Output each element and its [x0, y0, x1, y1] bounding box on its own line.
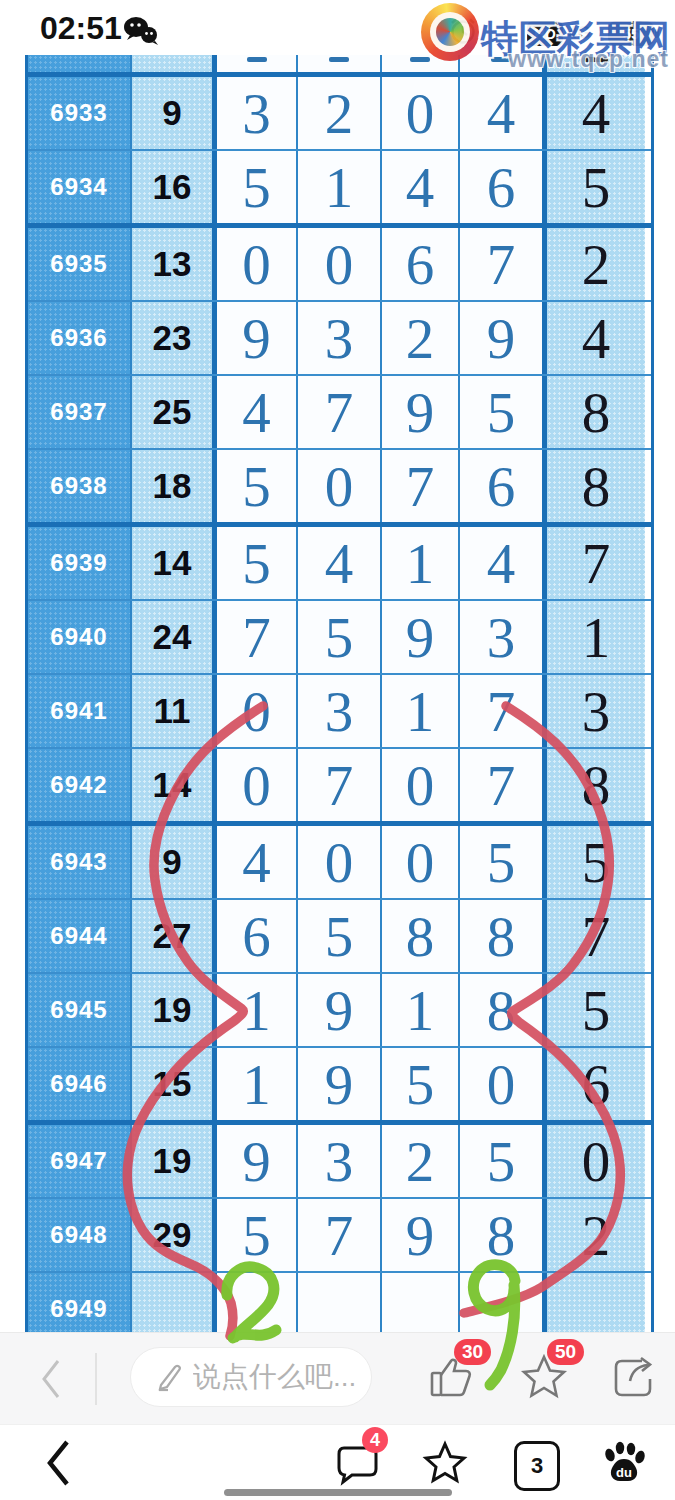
tab-count: 3: [531, 1453, 543, 1479]
digit-cell: 3: [296, 675, 380, 747]
digit-cell: 0: [212, 675, 296, 747]
issue-cell: 6934: [28, 151, 130, 223]
digit-cell: 7: [212, 601, 296, 673]
message-count-badge: 4: [362, 1427, 388, 1453]
tail-digit-cell: 4: [542, 302, 645, 374]
digit-cell: 5: [296, 900, 380, 972]
table-row: 6933932044: [28, 72, 651, 149]
digit-cell: 4: [458, 527, 542, 599]
table-row: 69391454147: [28, 522, 651, 599]
sum-cell: 15: [130, 1048, 212, 1120]
table-row: 69381850768: [28, 448, 651, 522]
digit-cell: 4: [458, 77, 542, 149]
digit-cell: [380, 55, 458, 72]
digit-cell: 9: [296, 1048, 380, 1120]
home-indicator[interactable]: [224, 1489, 452, 1496]
issue-cell: 6947: [28, 1125, 130, 1197]
sum-cell: [130, 55, 212, 72]
table-row: 69471993250: [28, 1120, 651, 1197]
digit-cell: 5: [212, 450, 296, 522]
sum-cell: 25: [130, 376, 212, 448]
digit-cell: 5: [212, 151, 296, 223]
digit-cell: 7: [296, 749, 380, 821]
digit-cell: 7: [458, 228, 542, 300]
issue-cell: 6944: [28, 900, 130, 972]
digit-cell: 1: [212, 974, 296, 1046]
sum-cell: 13: [130, 228, 212, 300]
bottom-nav-bar: 4 3 du: [0, 1424, 675, 1500]
table-row-clipped: [28, 55, 651, 72]
digit-cell: 1: [212, 1048, 296, 1120]
digit-cell: 5: [212, 527, 296, 599]
status-bar: 02:51 HD 4G 55: [0, 0, 675, 55]
digit-cell: [296, 55, 380, 72]
issue-cell: 6937: [28, 376, 130, 448]
table-row: 69451919185: [28, 972, 651, 1046]
digit-cell: 1: [380, 527, 458, 599]
sum-cell: 14: [130, 749, 212, 821]
sum-cell: 29: [130, 1199, 212, 1271]
table-row: 69482957982: [28, 1197, 651, 1271]
divider: [95, 1353, 97, 1405]
favorite-count-badge: 50: [547, 1339, 584, 1365]
tail-digit-cell: 6: [542, 1048, 645, 1120]
table-row: 69442765887: [28, 898, 651, 972]
tail-digit-cell: 3: [542, 675, 645, 747]
issue-cell: 6946: [28, 1048, 130, 1120]
hd-voice-badge: HD: [527, 21, 563, 46]
digit-cell: 3: [296, 1125, 380, 1197]
digit-cell: 1: [380, 675, 458, 747]
wechat-notification-icon: [122, 16, 162, 52]
digit-cell: 8: [458, 1199, 542, 1271]
bookmark-star-icon[interactable]: [420, 1439, 470, 1493]
lottery-trend-table: 6933932044693416514656935130067269362393…: [25, 55, 654, 1345]
tail-digit-cell: 2: [542, 228, 645, 300]
digit-cell: 7: [458, 749, 542, 821]
digit-cell: 6: [458, 151, 542, 223]
table-row: 69402475931: [28, 599, 651, 673]
tail-digit-cell: 5: [542, 826, 645, 898]
table-row: 69372547958: [28, 374, 651, 448]
table-row: 69421407078: [28, 747, 651, 821]
table-row: 69362393294: [28, 300, 651, 374]
digit-cell: [458, 55, 542, 72]
digit-cell: 3: [458, 601, 542, 673]
digit-cell: 9: [212, 302, 296, 374]
digit-cell: 0: [380, 77, 458, 149]
digit-cell: 7: [296, 376, 380, 448]
tail-digit-cell: 8: [542, 376, 645, 448]
issue-cell: 6938: [28, 450, 130, 522]
tail-digit-cell: 1: [542, 601, 645, 673]
issue-cell: 6933: [28, 77, 130, 149]
digit-cell: 0: [296, 450, 380, 522]
sum-cell: 27: [130, 900, 212, 972]
digit-cell: 9: [380, 376, 458, 448]
digit-cell: 9: [296, 974, 380, 1046]
digit-cell: 5: [458, 826, 542, 898]
issue-cell: 6942: [28, 749, 130, 821]
tail-digit-cell: 7: [542, 900, 645, 972]
battery-indicator: 55: [608, 21, 654, 46]
tail-digit-cell: 0: [542, 1125, 645, 1197]
sum-cell: 9: [130, 826, 212, 898]
sum-cell: 23: [130, 302, 212, 374]
sum-cell: 16: [130, 151, 212, 223]
sum-cell: 11: [130, 675, 212, 747]
tail-digit-cell: 8: [542, 450, 645, 522]
issue-cell: [28, 55, 130, 72]
digit-cell: 5: [380, 1048, 458, 1120]
digit-cell: 7: [458, 675, 542, 747]
digit-cell: 6: [380, 228, 458, 300]
like-count-badge: 30: [454, 1339, 491, 1365]
digit-cell: 3: [212, 77, 296, 149]
table-row: 69341651465: [28, 149, 651, 223]
sum-cell: 18: [130, 450, 212, 522]
back-chevron-icon[interactable]: [40, 1437, 76, 1493]
digit-cell: 6: [458, 450, 542, 522]
digit-cell: 9: [380, 1199, 458, 1271]
sum-cell: 19: [130, 1125, 212, 1197]
comment-bar: 30 50: [0, 1332, 675, 1425]
digit-cell: [212, 55, 296, 72]
digit-cell: 1: [296, 151, 380, 223]
digit-cell: 9: [212, 1125, 296, 1197]
digit-cell: 0: [380, 826, 458, 898]
network-type: 4G: [568, 23, 591, 43]
tail-digit-cell: [542, 55, 645, 72]
digit-cell: 4: [212, 826, 296, 898]
table-row: 69411103173: [28, 673, 651, 747]
digit-cell: 0: [296, 228, 380, 300]
tail-digit-cell: 8: [542, 749, 645, 821]
digit-cell: 8: [380, 900, 458, 972]
sum-cell: 14: [130, 527, 212, 599]
tail-digit-cell: 2: [542, 1199, 645, 1271]
share-icon[interactable]: [606, 1349, 660, 1409]
digit-cell: 6: [212, 900, 296, 972]
digit-cell: 2: [296, 77, 380, 149]
digit-cell: 5: [212, 1199, 296, 1271]
clock-time: 02:51: [40, 10, 122, 47]
tab-switcher-button[interactable]: 3: [514, 1441, 560, 1491]
issue-cell: 6936: [28, 302, 130, 374]
digit-cell: 3: [296, 302, 380, 374]
svg-text:du: du: [616, 1465, 632, 1480]
digit-cell: 1: [380, 974, 458, 1046]
digit-cell: 5: [458, 376, 542, 448]
digit-cell: 9: [380, 601, 458, 673]
digit-cell: 7: [380, 450, 458, 522]
tail-digit-cell: 5: [542, 974, 645, 1046]
digit-cell: 0: [458, 1048, 542, 1120]
issue-cell: 6948: [28, 1199, 130, 1271]
digit-cell: 4: [212, 376, 296, 448]
digit-cell: 5: [296, 601, 380, 673]
sum-cell: 24: [130, 601, 212, 673]
digit-cell: 2: [380, 302, 458, 374]
digit-cell: 7: [296, 1199, 380, 1271]
digit-cell: 2: [380, 1125, 458, 1197]
table-row: 69461519506: [28, 1046, 651, 1120]
tail-digit-cell: 4: [542, 77, 645, 149]
tail-digit-cell: 5: [542, 151, 645, 223]
alarm-clock-icon: [448, 16, 478, 50]
digit-cell: 0: [380, 749, 458, 821]
digit-cell: 8: [458, 900, 542, 972]
issue-cell: 6935: [28, 228, 130, 300]
sum-cell: 19: [130, 974, 212, 1046]
issue-cell: 6945: [28, 974, 130, 1046]
pencil-icon: [151, 1361, 185, 1397]
comment-input-pill[interactable]: [130, 1347, 372, 1407]
issue-cell: 6941: [28, 675, 130, 747]
issue-cell: 6940: [28, 601, 130, 673]
sum-cell: 9: [130, 77, 212, 149]
issue-cell: 6939: [28, 527, 130, 599]
tail-digit-cell: 7: [542, 527, 645, 599]
comment-input[interactable]: [191, 1348, 365, 1406]
digit-cell: 8: [458, 974, 542, 1046]
collapse-chevron-icon[interactable]: [36, 1355, 66, 1407]
table-row: 6943940055: [28, 821, 651, 898]
issue-cell: 6943: [28, 826, 130, 898]
digit-cell: 5: [458, 1125, 542, 1197]
digit-cell: 4: [296, 527, 380, 599]
digit-cell: 0: [212, 228, 296, 300]
digit-cell: 0: [296, 826, 380, 898]
digit-cell: 4: [380, 151, 458, 223]
table-row: 69351300672: [28, 223, 651, 300]
baidu-paw-icon[interactable]: du: [600, 1439, 648, 1491]
digit-cell: 0: [212, 749, 296, 821]
digit-cell: 9: [458, 302, 542, 374]
